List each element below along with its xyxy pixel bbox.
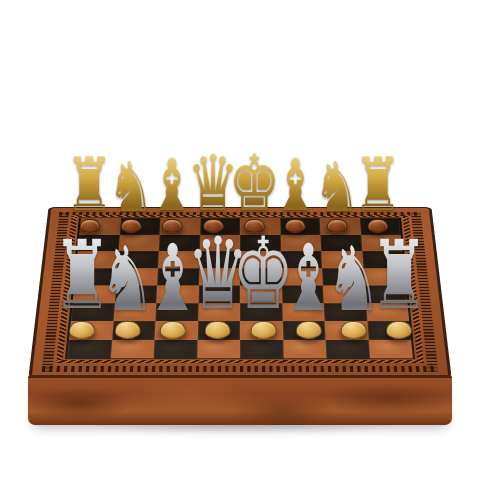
square-a1[interactable] — [67, 340, 112, 359]
rook-glyph: ♜ — [353, 149, 402, 222]
scene: ♜♞♝♛♚♝♞♜♜♞♝♛♚♝♞♜ — [0, 0, 480, 480]
rook-glyph: ♜ — [369, 229, 429, 324]
piece-silver-rook-h1[interactable]: ♜ — [369, 257, 429, 339]
square-e1[interactable] — [240, 340, 283, 359]
square-c1[interactable] — [154, 340, 198, 359]
square-h1[interactable] — [368, 340, 413, 359]
square-b1[interactable] — [110, 340, 154, 359]
square-d1[interactable] — [197, 340, 240, 359]
square-g1[interactable] — [326, 340, 370, 359]
square-f1[interactable] — [283, 340, 327, 359]
case-front-face — [28, 375, 452, 425]
